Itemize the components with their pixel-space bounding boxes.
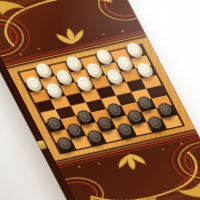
checker-groove-ring — [108, 104, 123, 116]
checker-groove-ring — [112, 74, 117, 78]
checker-groove-ring — [132, 48, 137, 52]
checker-groove-ring — [41, 68, 46, 72]
checker-groove-ring — [153, 121, 159, 126]
checker-groove-ring — [52, 121, 58, 126]
checker-groove-ring — [68, 124, 83, 136]
checker-groove-ring — [82, 81, 87, 85]
checker-groove-ring — [78, 78, 91, 89]
checker-groove-ring — [149, 117, 164, 129]
checker-groove-ring — [62, 141, 68, 146]
checker-groove-ring — [142, 68, 147, 72]
checker-groove-ring — [58, 138, 73, 150]
checker-groove-ring — [92, 68, 97, 72]
checker-groove-ring — [123, 128, 129, 133]
checker-groove-ring — [52, 88, 57, 92]
checker-groove-ring — [118, 124, 133, 136]
checker-groove-ring — [128, 44, 141, 55]
checker-groove-ring — [27, 78, 40, 89]
checker-groove-ring — [57, 72, 70, 83]
photo-frame — [0, 0, 200, 200]
wooden-box — [0, 0, 200, 200]
checker-groove-ring — [163, 107, 169, 112]
checker-groove-ring — [61, 75, 66, 79]
checker-groove-ring — [118, 58, 131, 69]
checker-groove-ring — [88, 65, 101, 76]
checker-groove-ring — [88, 131, 103, 143]
checker-groove-ring — [102, 55, 107, 59]
checker-groove-ring — [102, 121, 108, 126]
checker-groove-ring — [128, 111, 143, 123]
checker-groove-ring — [98, 51, 111, 62]
checker-groove-ring — [138, 97, 153, 109]
checker-groove-ring — [48, 85, 61, 96]
checker-groove-ring — [31, 82, 36, 86]
checker-groove-ring — [159, 104, 174, 116]
checker-groove-ring — [133, 114, 139, 119]
checker-groove-ring — [98, 118, 113, 130]
checker-groove-ring — [143, 101, 149, 106]
checker-groove-ring — [138, 64, 151, 75]
checker-groove-ring — [122, 61, 127, 65]
checker-groove-ring — [67, 58, 80, 69]
checker-groove-ring — [92, 134, 98, 139]
checker-groove-ring — [82, 115, 88, 120]
checker-groove-ring — [71, 61, 76, 65]
checker-groove-ring — [37, 65, 50, 76]
checker-groove-ring — [108, 71, 121, 82]
checker-groove-ring — [112, 108, 118, 113]
checker-groove-ring — [72, 128, 78, 133]
checker-groove-ring — [47, 118, 62, 130]
checker-groove-ring — [78, 111, 93, 123]
